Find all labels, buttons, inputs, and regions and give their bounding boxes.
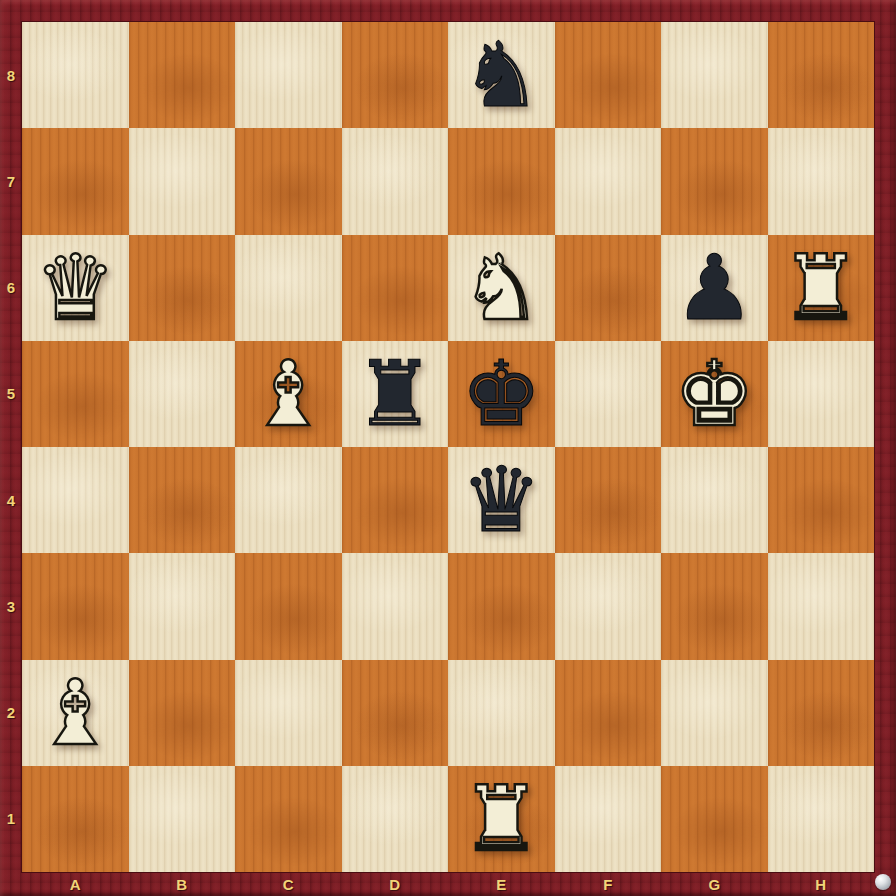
square-a8[interactable] [22,22,129,128]
square-e2[interactable] [448,660,555,766]
square-c4[interactable] [235,447,342,553]
square-f4[interactable] [555,447,662,553]
square-b1[interactable] [129,766,236,872]
square-g5[interactable]: ♚ [661,341,768,447]
square-f2[interactable] [555,660,662,766]
rank-label-3: 3 [0,553,22,659]
piece-black-pawn[interactable]: ♟ [674,243,755,333]
square-d8[interactable] [342,22,449,128]
square-e1[interactable]: ♜ [448,766,555,872]
square-g3[interactable] [661,553,768,659]
piece-white-king[interactable]: ♚ [674,349,755,439]
file-label-g: G [661,872,768,896]
chess-board: ♞♛♞♟♜♝♜♚♚♛♝♜ [22,22,874,872]
square-d7[interactable] [342,128,449,234]
rank-label-2: 2 [0,660,22,766]
square-f5[interactable] [555,341,662,447]
square-g7[interactable] [661,128,768,234]
square-d5[interactable]: ♜ [342,341,449,447]
square-g6[interactable]: ♟ [661,235,768,341]
square-e6[interactable]: ♞ [448,235,555,341]
file-label-e: E [448,872,555,896]
square-e4[interactable]: ♛ [448,447,555,553]
square-c8[interactable] [235,22,342,128]
square-h5[interactable] [768,341,875,447]
square-f8[interactable] [555,22,662,128]
square-a4[interactable] [22,447,129,553]
square-h7[interactable] [768,128,875,234]
piece-black-knight[interactable]: ♞ [461,30,542,120]
corner-sphere-button[interactable] [875,874,891,890]
rank-label-1: 1 [0,766,22,872]
square-f3[interactable] [555,553,662,659]
square-c6[interactable] [235,235,342,341]
piece-white-rook[interactable]: ♜ [780,243,861,333]
square-d3[interactable] [342,553,449,659]
square-b4[interactable] [129,447,236,553]
rank-label-7: 7 [0,128,22,234]
square-b5[interactable] [129,341,236,447]
square-g1[interactable] [661,766,768,872]
square-f7[interactable] [555,128,662,234]
rank-label-5: 5 [0,341,22,447]
square-c3[interactable] [235,553,342,659]
square-h4[interactable] [768,447,875,553]
square-e8[interactable]: ♞ [448,22,555,128]
square-e5[interactable]: ♚ [448,341,555,447]
file-label-d: D [342,872,449,896]
square-g4[interactable] [661,447,768,553]
file-label-h: H [768,872,875,896]
file-labels: ABCDEFGH [22,872,874,896]
square-h3[interactable] [768,553,875,659]
square-f6[interactable] [555,235,662,341]
rank-labels: 87654321 [0,22,22,872]
piece-white-knight[interactable]: ♞ [461,243,542,333]
square-d6[interactable] [342,235,449,341]
square-c1[interactable] [235,766,342,872]
square-f1[interactable] [555,766,662,872]
square-b2[interactable] [129,660,236,766]
piece-black-king[interactable]: ♚ [461,349,542,439]
file-label-c: C [235,872,342,896]
piece-black-queen[interactable]: ♛ [461,455,542,545]
square-d1[interactable] [342,766,449,872]
file-label-a: A [22,872,129,896]
square-h2[interactable] [768,660,875,766]
square-e3[interactable] [448,553,555,659]
square-h6[interactable]: ♜ [768,235,875,341]
piece-black-rook[interactable]: ♜ [354,349,435,439]
file-label-f: F [555,872,662,896]
square-a1[interactable] [22,766,129,872]
rank-label-4: 4 [0,447,22,553]
rank-label-6: 6 [0,235,22,341]
piece-white-bishop[interactable]: ♝ [248,349,329,439]
square-a6[interactable]: ♛ [22,235,129,341]
square-h1[interactable] [768,766,875,872]
piece-white-queen[interactable]: ♛ [35,243,116,333]
square-b7[interactable] [129,128,236,234]
piece-white-bishop[interactable]: ♝ [35,668,116,758]
square-a5[interactable] [22,341,129,447]
chess-board-frame: ♞♛♞♟♜♝♜♚♚♛♝♜ 87654321 ABCDEFGH [0,0,896,896]
square-h8[interactable] [768,22,875,128]
file-label-b: B [129,872,236,896]
square-d2[interactable] [342,660,449,766]
square-c5[interactable]: ♝ [235,341,342,447]
square-b8[interactable] [129,22,236,128]
square-c7[interactable] [235,128,342,234]
square-e7[interactable] [448,128,555,234]
rank-label-8: 8 [0,22,22,128]
square-c2[interactable] [235,660,342,766]
piece-white-rook[interactable]: ♜ [461,774,542,864]
square-a2[interactable]: ♝ [22,660,129,766]
square-b3[interactable] [129,553,236,659]
square-a3[interactable] [22,553,129,659]
square-a7[interactable] [22,128,129,234]
square-b6[interactable] [129,235,236,341]
square-g8[interactable] [661,22,768,128]
square-d4[interactable] [342,447,449,553]
square-g2[interactable] [661,660,768,766]
